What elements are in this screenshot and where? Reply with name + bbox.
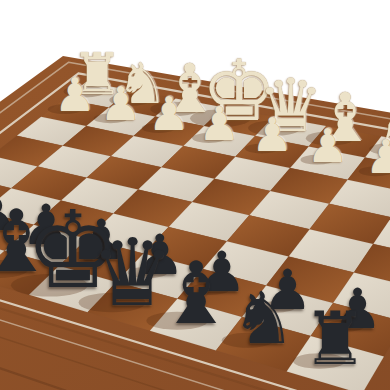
piece-shadow	[146, 312, 208, 330]
piece-shadow	[142, 123, 176, 133]
piece-shadow	[79, 293, 146, 313]
piece-shadow	[94, 113, 128, 123]
piece-shadow	[293, 353, 346, 368]
piece-shadow	[192, 133, 226, 143]
piece-shadow	[11, 274, 88, 296]
piece-shadow	[14, 236, 54, 248]
piece-shadow	[256, 301, 296, 313]
piece-shadow	[48, 104, 82, 114]
piece-shadow	[306, 131, 355, 145]
piece-shadow	[109, 94, 150, 106]
piece-shadow	[245, 144, 279, 154]
piece-shadow	[128, 267, 168, 279]
piece-shadow	[150, 102, 199, 116]
piece-shadow	[64, 85, 106, 97]
piece-shadow	[300, 155, 334, 165]
piece-shadow	[248, 120, 301, 135]
piece-shadow	[190, 109, 251, 127]
chess-board	[0, 0, 390, 390]
chess-set-photo: ♜♞♝♟♚♟♟♛♟♝♟♞♟♟♟♟♟♟♞♟♝♟♚♟♛♟♝♟♞♜	[0, 0, 390, 390]
piece-shadow	[69, 251, 109, 263]
piece-shadow	[326, 320, 366, 332]
piece-shadow	[190, 283, 230, 295]
piece-shadow	[222, 333, 274, 348]
